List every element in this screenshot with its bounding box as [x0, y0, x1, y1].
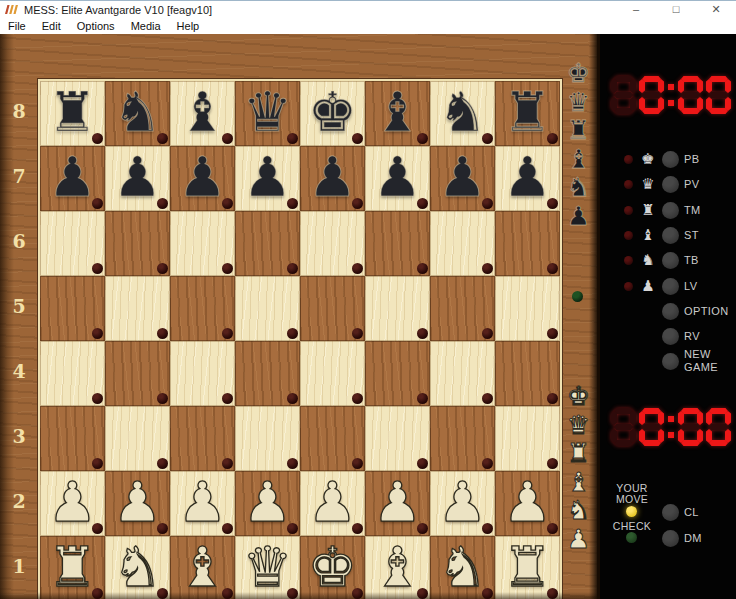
- tray-piece-black-queen[interactable]: ♛: [562, 87, 595, 117]
- tm-button[interactable]: [662, 202, 679, 219]
- sensor-dot: [222, 263, 233, 274]
- square-e8[interactable]: ♚: [300, 81, 365, 146]
- tray-piece-white-queen[interactable]: ♛: [562, 410, 595, 440]
- square-f1[interactable]: ♝: [365, 536, 430, 599]
- sensor-dot: [482, 393, 493, 404]
- square-b1[interactable]: ♞: [105, 536, 170, 599]
- square-h1[interactable]: ♜: [495, 536, 560, 599]
- sensor-dot: [222, 393, 233, 404]
- square-a1[interactable]: ♜: [40, 536, 105, 599]
- window-controls: – □ ✕: [616, 1, 736, 19]
- fn-row-pb: ♚PB: [600, 147, 736, 171]
- fn-row-option: OPTION: [600, 299, 736, 323]
- square-g4[interactable]: [430, 341, 495, 406]
- sensor-dot: [222, 523, 233, 534]
- square-d4[interactable]: [235, 341, 300, 406]
- tray-piece-black-knight[interactable]: ♞: [562, 172, 595, 202]
- square-f4[interactable]: [365, 341, 430, 406]
- pv-label: PV: [684, 178, 699, 191]
- window-title: MESS: Elite Avantgarde V10 [feagv10]: [24, 4, 212, 16]
- square-f3[interactable]: [365, 406, 430, 471]
- square-b2[interactable]: ♟: [105, 471, 170, 536]
- sensor-dot: [157, 523, 168, 534]
- fn-row-st: ♝ST: [600, 223, 736, 247]
- sensor-dot: [92, 588, 103, 599]
- square-b5[interactable]: [105, 276, 170, 341]
- square-f8[interactable]: ♝: [365, 81, 430, 146]
- sensor-dot: [287, 263, 298, 274]
- sensor-dot: [222, 588, 233, 599]
- tb-led: [624, 256, 633, 265]
- check-led: [626, 532, 637, 543]
- menu-item-options[interactable]: Options: [69, 18, 123, 34]
- sensor-dot: [547, 328, 558, 339]
- sensor-dot: [287, 328, 298, 339]
- sensor-dot: [352, 523, 363, 534]
- sensor-dot: [417, 263, 428, 274]
- sensor-dot: [417, 588, 428, 599]
- square-e6[interactable]: [300, 211, 365, 276]
- tray-piece-black-pawn[interactable]: ♟: [562, 201, 595, 231]
- app-icon: [5, 4, 18, 15]
- tb-label: TB: [684, 254, 699, 267]
- square-c8[interactable]: ♝: [170, 81, 235, 146]
- sensor-dot: [287, 393, 298, 404]
- cl-label: CL: [684, 506, 699, 519]
- square-c3[interactable]: [170, 406, 235, 471]
- pb-button[interactable]: [662, 151, 679, 168]
- frame-shadow-left: [0, 34, 14, 599]
- sensor-dot: [417, 458, 428, 469]
- square-f2[interactable]: ♟: [365, 471, 430, 536]
- square-c2[interactable]: ♟: [170, 471, 235, 536]
- square-g7[interactable]: ♟: [430, 146, 495, 211]
- sensor-dot: [92, 393, 103, 404]
- sensor-dot: [417, 328, 428, 339]
- sensor-dot: [222, 198, 233, 209]
- square-e1[interactable]: ♚: [300, 536, 365, 599]
- new-game-button[interactable]: [662, 353, 679, 370]
- sensor-dot: [287, 458, 298, 469]
- sensor-dot: [547, 133, 558, 144]
- square-d3[interactable]: [235, 406, 300, 471]
- sensor-dot: [482, 328, 493, 339]
- dm-button[interactable]: [662, 530, 679, 547]
- sensor-dot: [287, 133, 298, 144]
- sensor-dot: [92, 458, 103, 469]
- knight-icon: ♞: [639, 251, 657, 269]
- sensor-dot: [417, 198, 428, 209]
- board-edge-led: [572, 291, 583, 302]
- sensor-dot: [92, 198, 103, 209]
- rook-icon: ♜: [639, 201, 657, 219]
- square-d8[interactable]: ♛: [235, 81, 300, 146]
- fn-row-lv: ♟LV: [600, 274, 736, 298]
- rv-button[interactable]: [662, 328, 679, 345]
- title-bar: MESS: Elite Avantgarde V10 [feagv10] – □…: [0, 0, 736, 18]
- menu-bar: FileEditOptionsMediaHelp: [0, 18, 736, 34]
- sensor-dot: [547, 393, 558, 404]
- pv-led: [624, 180, 633, 189]
- sensor-dot: [222, 133, 233, 144]
- your-move-label: YOUR MOVE: [608, 483, 656, 505]
- square-a2[interactable]: ♟: [40, 471, 105, 536]
- tray-piece-black-bishop[interactable]: ♝: [562, 144, 595, 174]
- square-g6[interactable]: [430, 211, 495, 276]
- tray-piece-black-rook[interactable]: ♜: [562, 115, 595, 145]
- square-b7[interactable]: ♟: [105, 146, 170, 211]
- emulator-window: MESS: Elite Avantgarde V10 [feagv10] – □…: [0, 0, 736, 599]
- square-a8[interactable]: ♜: [40, 81, 105, 146]
- queen-icon: ♛: [639, 175, 657, 193]
- fn-row-new-game: NEW GAME: [600, 349, 736, 373]
- sensor-dot: [352, 263, 363, 274]
- your-move-led: [626, 506, 637, 517]
- sensor-dot: [157, 133, 168, 144]
- square-f6[interactable]: [365, 211, 430, 276]
- square-b4[interactable]: [105, 341, 170, 406]
- pb-led: [624, 155, 633, 164]
- square-h6[interactable]: [495, 211, 560, 276]
- sensor-dot: [157, 328, 168, 339]
- square-c6[interactable]: [170, 211, 235, 276]
- sensor-dot: [417, 133, 428, 144]
- square-f5[interactable]: [365, 276, 430, 341]
- square-b3[interactable]: [105, 406, 170, 471]
- sensor-dot: [547, 263, 558, 274]
- chess-board: ♜♞♝♛♚♝♞♜♟♟♟♟♟♟♟♟♟♟♟♟♟♟♟♟♜♞♝♛♚♝♞♜ 8765432…: [0, 34, 597, 599]
- menu-item-edit[interactable]: Edit: [34, 18, 69, 34]
- square-h2[interactable]: ♟: [495, 471, 560, 536]
- tb-button[interactable]: [662, 252, 679, 269]
- tray-piece-black-king[interactable]: ♚: [562, 58, 595, 88]
- sensor-dot: [92, 328, 103, 339]
- pawn-icon: ♟: [639, 277, 657, 295]
- sensor-dot: [482, 588, 493, 599]
- sensor-dot: [287, 523, 298, 534]
- sensor-dot: [92, 263, 103, 274]
- square-a7[interactable]: ♟: [40, 146, 105, 211]
- sensor-dot: [482, 198, 493, 209]
- lv-label: LV: [684, 280, 697, 293]
- board-grid: ♜♞♝♛♚♝♞♜♟♟♟♟♟♟♟♟♟♟♟♟♟♟♟♟♜♞♝♛♚♝♞♜: [38, 79, 562, 599]
- lv-led: [624, 282, 633, 291]
- sensor-dot: [287, 588, 298, 599]
- square-g3[interactable]: [430, 406, 495, 471]
- sensor-dot: [547, 458, 558, 469]
- control-panel: ♚PB♛PV♜TM♝ST♞TB♟LVOPTIONRVNEW GAME YOUR …: [597, 34, 736, 599]
- square-d5[interactable]: [235, 276, 300, 341]
- square-d2[interactable]: ♟: [235, 471, 300, 536]
- square-c7[interactable]: ♟: [170, 146, 235, 211]
- square-d7[interactable]: ♟: [235, 146, 300, 211]
- st-label: ST: [684, 229, 699, 242]
- sensor-dot: [157, 198, 168, 209]
- sensor-dot: [352, 133, 363, 144]
- sensor-dot: [157, 393, 168, 404]
- square-h8[interactable]: ♜: [495, 81, 560, 146]
- st-button[interactable]: [662, 227, 679, 244]
- sensor-dot: [222, 458, 233, 469]
- square-a5[interactable]: [40, 276, 105, 341]
- sensor-dot: [352, 328, 363, 339]
- tm-led: [624, 206, 633, 215]
- sensor-dot: [352, 458, 363, 469]
- fn-row-tm: ♜TM: [600, 198, 736, 222]
- square-g1[interactable]: ♞: [430, 536, 495, 599]
- lv-button[interactable]: [662, 278, 679, 295]
- king-icon: ♚: [639, 150, 657, 168]
- sensor-dot: [92, 523, 103, 534]
- sensor-dot: [547, 523, 558, 534]
- square-d1[interactable]: ♛: [235, 536, 300, 599]
- option-label: OPTION: [684, 305, 729, 318]
- bishop-icon: ♝: [639, 226, 657, 244]
- tray-piece-white-king[interactable]: ♚: [562, 381, 595, 411]
- square-f7[interactable]: ♟: [365, 146, 430, 211]
- square-g5[interactable]: [430, 276, 495, 341]
- sensor-dot: [157, 588, 168, 599]
- pv-button[interactable]: [662, 176, 679, 193]
- square-e5[interactable]: [300, 276, 365, 341]
- tray-piece-white-rook[interactable]: ♜: [562, 438, 595, 468]
- square-e3[interactable]: [300, 406, 365, 471]
- square-b8[interactable]: ♞: [105, 81, 170, 146]
- square-a6[interactable]: [40, 211, 105, 276]
- square-c4[interactable]: [170, 341, 235, 406]
- menu-item-file[interactable]: File: [0, 18, 34, 34]
- sensor-dot: [482, 133, 493, 144]
- pb-label: PB: [684, 153, 699, 166]
- sensor-dot: [482, 263, 493, 274]
- sensor-dot: [482, 523, 493, 534]
- st-led: [624, 231, 633, 240]
- square-c5[interactable]: [170, 276, 235, 341]
- tray-piece-white-pawn[interactable]: ♟: [562, 524, 595, 554]
- sensor-dot: [417, 523, 428, 534]
- square-b6[interactable]: [105, 211, 170, 276]
- tray-piece-white-bishop[interactable]: ♝: [562, 467, 595, 497]
- sensor-dot: [482, 458, 493, 469]
- close-button[interactable]: ✕: [696, 1, 736, 19]
- sensor-dot: [352, 588, 363, 599]
- square-h3[interactable]: [495, 406, 560, 471]
- sensor-dot: [157, 263, 168, 274]
- maximize-button[interactable]: □: [656, 1, 696, 19]
- menu-item-media[interactable]: Media: [123, 18, 169, 34]
- square-a3[interactable]: [40, 406, 105, 471]
- sensor-dot: [417, 393, 428, 404]
- tm-label: TM: [684, 204, 701, 217]
- clock-display-top: [611, 76, 733, 114]
- sensor-dot: [547, 198, 558, 209]
- fn-row-rv: RV: [600, 324, 736, 348]
- sensor-dot: [352, 393, 363, 404]
- option-button[interactable]: [662, 303, 679, 320]
- new-game-label: NEW GAME: [684, 348, 718, 374]
- square-g8[interactable]: ♞: [430, 81, 495, 146]
- clock-display-bottom: [611, 408, 733, 446]
- sensor-dot: [352, 198, 363, 209]
- sensor-dot: [92, 133, 103, 144]
- fn-row-tb: ♞TB: [600, 248, 736, 272]
- rv-label: RV: [684, 330, 700, 343]
- square-e7[interactable]: ♟: [300, 146, 365, 211]
- sensor-dot: [287, 198, 298, 209]
- sensor-dot: [157, 458, 168, 469]
- square-e4[interactable]: [300, 341, 365, 406]
- square-c1[interactable]: ♝: [170, 536, 235, 599]
- sensor-dot: [547, 588, 558, 599]
- sensor-dot: [222, 328, 233, 339]
- square-h7[interactable]: ♟: [495, 146, 560, 211]
- square-d6[interactable]: [235, 211, 300, 276]
- square-e2[interactable]: ♟: [300, 471, 365, 536]
- menu-item-help[interactable]: Help: [169, 18, 208, 34]
- tray-piece-white-knight[interactable]: ♞: [562, 495, 595, 525]
- cl-button[interactable]: [662, 504, 679, 521]
- dm-label: DM: [684, 532, 702, 545]
- square-a4[interactable]: [40, 341, 105, 406]
- minimize-button[interactable]: –: [616, 1, 656, 19]
- square-h5[interactable]: [495, 276, 560, 341]
- square-h4[interactable]: [495, 341, 560, 406]
- fn-row-pv: ♛PV: [600, 172, 736, 196]
- check-label: CHECK: [608, 521, 656, 532]
- square-g2[interactable]: ♟: [430, 471, 495, 536]
